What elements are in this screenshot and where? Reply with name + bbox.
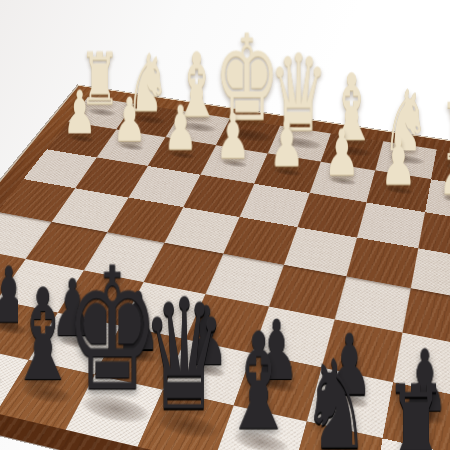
- chess-board: ♜♞♝♚♛♝♞♜♟♟♟♟♟♟♟♟♟♟♟♟♟♟♟♟♜♞♝♚♛♝♞♜: [0, 85, 450, 450]
- square-c4[interactable]: [284, 227, 357, 276]
- piece-black-rook[interactable]: ♜: [343, 370, 450, 450]
- photo-stage: ♜♞♝♚♛♝♞♜♟♟♟♟♟♟♟♟♟♟♟♟♟♟♟♟♜♞♝♚♛♝♞♜: [0, 0, 450, 450]
- piece-white-pawn[interactable]: ♟: [405, 138, 450, 204]
- board-field: ♜♞♝♚♛♝♞♜♟♟♟♟♟♟♟♟♟♟♟♟♟♟♟♟♜♞♝♚♛♝♞♜: [0, 97, 450, 450]
- square-a8[interactable]: ♜: [371, 438, 450, 450]
- square-c3[interactable]: [297, 193, 366, 238]
